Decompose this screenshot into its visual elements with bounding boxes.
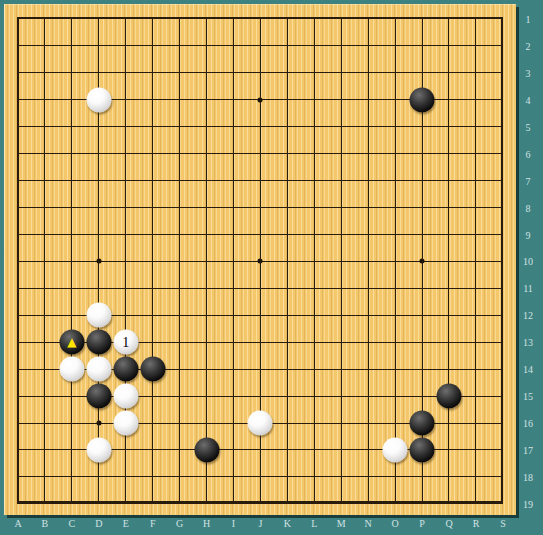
intersection-G14[interactable] <box>166 356 193 383</box>
intersection-I14[interactable] <box>220 356 247 383</box>
intersection-A10[interactable] <box>5 248 32 275</box>
intersection-S12[interactable] <box>489 302 516 329</box>
black-stone[interactable] <box>410 87 435 112</box>
intersection-E14[interactable] <box>112 356 139 383</box>
intersection-S15[interactable] <box>489 383 516 410</box>
intersection-C6[interactable] <box>58 140 85 167</box>
intersection-P6[interactable] <box>409 140 436 167</box>
intersection-A12[interactable] <box>5 302 32 329</box>
intersection-N18[interactable] <box>355 463 382 490</box>
intersection-C5[interactable] <box>58 113 85 140</box>
intersection-C19[interactable] <box>58 490 85 517</box>
intersection-K13[interactable] <box>274 329 301 356</box>
intersection-C14[interactable] <box>58 356 85 383</box>
intersection-N2[interactable] <box>355 32 382 59</box>
intersection-K11[interactable] <box>274 275 301 302</box>
intersection-L19[interactable] <box>301 490 328 517</box>
intersection-H1[interactable] <box>193 6 220 33</box>
intersection-L1[interactable] <box>301 6 328 33</box>
intersection-D12[interactable] <box>85 302 112 329</box>
intersection-J9[interactable] <box>247 221 274 248</box>
white-stone[interactable] <box>113 384 138 409</box>
intersection-I15[interactable] <box>220 383 247 410</box>
intersection-D1[interactable] <box>85 6 112 33</box>
intersection-N5[interactable] <box>355 113 382 140</box>
intersection-A13[interactable] <box>5 329 32 356</box>
intersection-F15[interactable] <box>139 383 166 410</box>
intersection-B15[interactable] <box>31 383 58 410</box>
intersection-F7[interactable] <box>139 167 166 194</box>
intersection-M7[interactable] <box>328 167 355 194</box>
intersection-E8[interactable] <box>112 194 139 221</box>
intersection-B4[interactable] <box>31 86 58 113</box>
intersection-H16[interactable] <box>193 410 220 437</box>
intersection-M19[interactable] <box>328 490 355 517</box>
intersection-O9[interactable] <box>382 221 409 248</box>
intersection-P5[interactable] <box>409 113 436 140</box>
intersection-R4[interactable] <box>462 86 489 113</box>
intersection-R10[interactable] <box>462 248 489 275</box>
intersection-H12[interactable] <box>193 302 220 329</box>
intersection-F14[interactable] <box>139 356 166 383</box>
intersection-F17[interactable] <box>139 437 166 464</box>
intersection-F19[interactable] <box>139 490 166 517</box>
intersection-D17[interactable] <box>85 437 112 464</box>
intersection-P15[interactable] <box>409 383 436 410</box>
intersection-L9[interactable] <box>301 221 328 248</box>
intersection-C4[interactable] <box>58 86 85 113</box>
intersection-F2[interactable] <box>139 32 166 59</box>
intersection-D7[interactable] <box>85 167 112 194</box>
intersection-I5[interactable] <box>220 113 247 140</box>
intersection-G4[interactable] <box>166 86 193 113</box>
intersection-G7[interactable] <box>166 167 193 194</box>
intersection-P7[interactable] <box>409 167 436 194</box>
intersection-G12[interactable] <box>166 302 193 329</box>
intersection-R19[interactable] <box>462 490 489 517</box>
intersection-I3[interactable] <box>220 59 247 86</box>
intersection-O10[interactable] <box>382 248 409 275</box>
intersection-K6[interactable] <box>274 140 301 167</box>
intersection-K5[interactable] <box>274 113 301 140</box>
intersection-A5[interactable] <box>5 113 32 140</box>
intersection-C16[interactable] <box>58 410 85 437</box>
intersection-J6[interactable] <box>247 140 274 167</box>
intersection-S7[interactable] <box>489 167 516 194</box>
intersection-A17[interactable] <box>5 437 32 464</box>
intersection-R1[interactable] <box>462 6 489 33</box>
intersection-C2[interactable] <box>58 32 85 59</box>
intersection-H13[interactable] <box>193 329 220 356</box>
intersection-Q11[interactable] <box>436 275 463 302</box>
intersection-N8[interactable] <box>355 194 382 221</box>
intersection-F13[interactable] <box>139 329 166 356</box>
intersection-M6[interactable] <box>328 140 355 167</box>
intersection-Q7[interactable] <box>436 167 463 194</box>
intersection-G6[interactable] <box>166 140 193 167</box>
intersection-J15[interactable] <box>247 383 274 410</box>
intersection-N12[interactable] <box>355 302 382 329</box>
intersection-M12[interactable] <box>328 302 355 329</box>
intersection-H17[interactable] <box>193 437 220 464</box>
intersection-N13[interactable] <box>355 329 382 356</box>
intersection-I9[interactable] <box>220 221 247 248</box>
intersection-G19[interactable] <box>166 490 193 517</box>
intersection-N1[interactable] <box>355 6 382 33</box>
intersection-M1[interactable] <box>328 6 355 33</box>
intersection-K3[interactable] <box>274 59 301 86</box>
intersection-O1[interactable] <box>382 6 409 33</box>
intersection-J3[interactable] <box>247 59 274 86</box>
intersection-F18[interactable] <box>139 463 166 490</box>
intersection-A8[interactable] <box>5 194 32 221</box>
intersection-O12[interactable] <box>382 302 409 329</box>
intersection-M11[interactable] <box>328 275 355 302</box>
intersection-L10[interactable] <box>301 248 328 275</box>
intersection-G17[interactable] <box>166 437 193 464</box>
intersection-D6[interactable] <box>85 140 112 167</box>
intersection-N17[interactable] <box>355 437 382 464</box>
intersection-G2[interactable] <box>166 32 193 59</box>
intersection-S13[interactable] <box>489 329 516 356</box>
intersection-P9[interactable] <box>409 221 436 248</box>
intersection-D18[interactable] <box>85 463 112 490</box>
intersection-S9[interactable] <box>489 221 516 248</box>
intersection-G9[interactable] <box>166 221 193 248</box>
intersection-G13[interactable] <box>166 329 193 356</box>
intersection-P17[interactable] <box>409 437 436 464</box>
intersection-K19[interactable] <box>274 490 301 517</box>
intersection-Q14[interactable] <box>436 356 463 383</box>
intersection-K1[interactable] <box>274 6 301 33</box>
intersection-J1[interactable] <box>247 6 274 33</box>
intersection-I19[interactable] <box>220 490 247 517</box>
intersection-I7[interactable] <box>220 167 247 194</box>
intersection-P11[interactable] <box>409 275 436 302</box>
intersection-J4[interactable] <box>247 86 274 113</box>
intersection-D10[interactable] <box>85 248 112 275</box>
intersection-F1[interactable] <box>139 6 166 33</box>
intersection-C10[interactable] <box>58 248 85 275</box>
intersection-S19[interactable] <box>489 490 516 517</box>
intersection-B3[interactable] <box>31 59 58 86</box>
intersection-F6[interactable] <box>139 140 166 167</box>
intersection-E10[interactable] <box>112 248 139 275</box>
white-stone[interactable]: 1 <box>113 330 138 355</box>
intersection-R11[interactable] <box>462 275 489 302</box>
intersection-D4[interactable] <box>85 86 112 113</box>
intersection-A7[interactable] <box>5 167 32 194</box>
intersection-A9[interactable] <box>5 221 32 248</box>
intersection-K12[interactable] <box>274 302 301 329</box>
intersection-A19[interactable] <box>5 490 32 517</box>
intersection-K18[interactable] <box>274 463 301 490</box>
intersection-J10[interactable] <box>247 248 274 275</box>
intersection-Q16[interactable] <box>436 410 463 437</box>
intersection-R18[interactable] <box>462 463 489 490</box>
intersection-A11[interactable] <box>5 275 32 302</box>
intersection-A14[interactable] <box>5 356 32 383</box>
intersection-Q5[interactable] <box>436 113 463 140</box>
intersection-E13[interactable]: 1 <box>112 329 139 356</box>
intersection-M16[interactable] <box>328 410 355 437</box>
intersection-D8[interactable] <box>85 194 112 221</box>
intersection-B11[interactable] <box>31 275 58 302</box>
intersection-M18[interactable] <box>328 463 355 490</box>
intersection-R9[interactable] <box>462 221 489 248</box>
intersection-P10[interactable] <box>409 248 436 275</box>
intersection-K4[interactable] <box>274 86 301 113</box>
intersection-K8[interactable] <box>274 194 301 221</box>
intersection-G5[interactable] <box>166 113 193 140</box>
intersection-G3[interactable] <box>166 59 193 86</box>
intersection-M8[interactable] <box>328 194 355 221</box>
intersection-E9[interactable] <box>112 221 139 248</box>
intersection-P1[interactable] <box>409 6 436 33</box>
intersection-H8[interactable] <box>193 194 220 221</box>
intersection-H6[interactable] <box>193 140 220 167</box>
intersection-H15[interactable] <box>193 383 220 410</box>
intersection-Q3[interactable] <box>436 59 463 86</box>
intersection-B6[interactable] <box>31 140 58 167</box>
intersection-I18[interactable] <box>220 463 247 490</box>
intersection-Q2[interactable] <box>436 32 463 59</box>
intersection-C3[interactable] <box>58 59 85 86</box>
intersection-J13[interactable] <box>247 329 274 356</box>
intersection-C18[interactable] <box>58 463 85 490</box>
intersection-O8[interactable] <box>382 194 409 221</box>
intersection-O19[interactable] <box>382 490 409 517</box>
intersection-B9[interactable] <box>31 221 58 248</box>
intersection-H14[interactable] <box>193 356 220 383</box>
intersection-G1[interactable] <box>166 6 193 33</box>
intersection-D2[interactable] <box>85 32 112 59</box>
intersection-L14[interactable] <box>301 356 328 383</box>
intersection-J17[interactable] <box>247 437 274 464</box>
intersection-O6[interactable] <box>382 140 409 167</box>
white-stone[interactable] <box>383 437 408 462</box>
intersection-L8[interactable] <box>301 194 328 221</box>
intersection-I4[interactable] <box>220 86 247 113</box>
intersection-K7[interactable] <box>274 167 301 194</box>
intersection-N7[interactable] <box>355 167 382 194</box>
intersection-K14[interactable] <box>274 356 301 383</box>
intersection-G8[interactable] <box>166 194 193 221</box>
intersection-K17[interactable] <box>274 437 301 464</box>
intersection-H9[interactable] <box>193 221 220 248</box>
intersection-J12[interactable] <box>247 302 274 329</box>
intersection-N14[interactable] <box>355 356 382 383</box>
intersection-B19[interactable] <box>31 490 58 517</box>
intersection-O13[interactable] <box>382 329 409 356</box>
intersection-L7[interactable] <box>301 167 328 194</box>
intersection-A15[interactable] <box>5 383 32 410</box>
intersection-K9[interactable] <box>274 221 301 248</box>
intersection-K16[interactable] <box>274 410 301 437</box>
intersection-K15[interactable] <box>274 383 301 410</box>
intersection-D15[interactable] <box>85 383 112 410</box>
white-stone[interactable] <box>86 437 111 462</box>
intersection-H4[interactable] <box>193 86 220 113</box>
intersection-G16[interactable] <box>166 410 193 437</box>
intersection-L15[interactable] <box>301 383 328 410</box>
intersection-E16[interactable] <box>112 410 139 437</box>
intersection-R6[interactable] <box>462 140 489 167</box>
intersection-P2[interactable] <box>409 32 436 59</box>
intersection-L18[interactable] <box>301 463 328 490</box>
intersection-O14[interactable] <box>382 356 409 383</box>
intersection-F8[interactable] <box>139 194 166 221</box>
intersection-Q6[interactable] <box>436 140 463 167</box>
white-stone[interactable] <box>86 303 111 328</box>
intersection-B16[interactable] <box>31 410 58 437</box>
intersection-J16[interactable] <box>247 410 274 437</box>
intersection-L5[interactable] <box>301 113 328 140</box>
intersection-D11[interactable] <box>85 275 112 302</box>
intersection-R15[interactable] <box>462 383 489 410</box>
intersection-O7[interactable] <box>382 167 409 194</box>
intersection-R17[interactable] <box>462 437 489 464</box>
intersection-O18[interactable] <box>382 463 409 490</box>
intersection-N10[interactable] <box>355 248 382 275</box>
intersection-M5[interactable] <box>328 113 355 140</box>
black-stone[interactable]: ▲ <box>59 330 84 355</box>
intersection-B12[interactable] <box>31 302 58 329</box>
intersection-Q1[interactable] <box>436 6 463 33</box>
intersection-M3[interactable] <box>328 59 355 86</box>
intersection-A4[interactable] <box>5 86 32 113</box>
black-stone[interactable] <box>86 330 111 355</box>
intersection-H18[interactable] <box>193 463 220 490</box>
black-stone[interactable] <box>140 357 165 382</box>
intersection-O15[interactable] <box>382 383 409 410</box>
intersection-N9[interactable] <box>355 221 382 248</box>
intersection-F9[interactable] <box>139 221 166 248</box>
intersection-P8[interactable] <box>409 194 436 221</box>
intersection-C7[interactable] <box>58 167 85 194</box>
intersection-O11[interactable] <box>382 275 409 302</box>
intersection-H5[interactable] <box>193 113 220 140</box>
intersection-A16[interactable] <box>5 410 32 437</box>
white-stone[interactable] <box>113 411 138 436</box>
intersection-C13[interactable]: ▲ <box>58 329 85 356</box>
intersection-G11[interactable] <box>166 275 193 302</box>
intersection-G10[interactable] <box>166 248 193 275</box>
intersection-C1[interactable] <box>58 6 85 33</box>
intersection-L17[interactable] <box>301 437 328 464</box>
black-stone[interactable] <box>194 437 219 462</box>
intersection-M9[interactable] <box>328 221 355 248</box>
intersection-S18[interactable] <box>489 463 516 490</box>
intersection-S14[interactable] <box>489 356 516 383</box>
intersection-H7[interactable] <box>193 167 220 194</box>
intersection-D9[interactable] <box>85 221 112 248</box>
intersection-D16[interactable] <box>85 410 112 437</box>
intersection-N19[interactable] <box>355 490 382 517</box>
intersection-C12[interactable] <box>58 302 85 329</box>
intersection-I10[interactable] <box>220 248 247 275</box>
intersection-M10[interactable] <box>328 248 355 275</box>
intersection-S10[interactable] <box>489 248 516 275</box>
intersection-M4[interactable] <box>328 86 355 113</box>
intersection-P3[interactable] <box>409 59 436 86</box>
intersection-A6[interactable] <box>5 140 32 167</box>
intersection-P4[interactable] <box>409 86 436 113</box>
intersection-O2[interactable] <box>382 32 409 59</box>
intersection-Q13[interactable] <box>436 329 463 356</box>
intersection-F3[interactable] <box>139 59 166 86</box>
intersection-P16[interactable] <box>409 410 436 437</box>
intersection-R13[interactable] <box>462 329 489 356</box>
intersection-L2[interactable] <box>301 32 328 59</box>
intersection-G18[interactable] <box>166 463 193 490</box>
intersection-R2[interactable] <box>462 32 489 59</box>
intersection-S16[interactable] <box>489 410 516 437</box>
intersection-N6[interactable] <box>355 140 382 167</box>
intersection-E11[interactable] <box>112 275 139 302</box>
intersection-O4[interactable] <box>382 86 409 113</box>
intersection-D13[interactable] <box>85 329 112 356</box>
intersection-E1[interactable] <box>112 6 139 33</box>
intersection-O16[interactable] <box>382 410 409 437</box>
white-stone[interactable] <box>86 357 111 382</box>
black-stone[interactable] <box>410 437 435 462</box>
intersection-N11[interactable] <box>355 275 382 302</box>
intersection-A2[interactable] <box>5 32 32 59</box>
intersection-N4[interactable] <box>355 86 382 113</box>
intersection-F4[interactable] <box>139 86 166 113</box>
intersection-J7[interactable] <box>247 167 274 194</box>
intersection-S6[interactable] <box>489 140 516 167</box>
intersection-D14[interactable] <box>85 356 112 383</box>
intersection-S1[interactable] <box>489 6 516 33</box>
intersection-B18[interactable] <box>31 463 58 490</box>
intersection-I1[interactable] <box>220 6 247 33</box>
intersection-G15[interactable] <box>166 383 193 410</box>
intersection-F10[interactable] <box>139 248 166 275</box>
intersection-Q10[interactable] <box>436 248 463 275</box>
intersection-E4[interactable] <box>112 86 139 113</box>
black-stone[interactable] <box>113 357 138 382</box>
intersection-I11[interactable] <box>220 275 247 302</box>
black-stone[interactable] <box>86 384 111 409</box>
intersection-B13[interactable] <box>31 329 58 356</box>
intersection-A1[interactable] <box>5 6 32 33</box>
intersection-E12[interactable] <box>112 302 139 329</box>
intersection-L13[interactable] <box>301 329 328 356</box>
intersection-A18[interactable] <box>5 463 32 490</box>
intersection-F16[interactable] <box>139 410 166 437</box>
intersection-P14[interactable] <box>409 356 436 383</box>
intersection-L12[interactable] <box>301 302 328 329</box>
intersection-R7[interactable] <box>462 167 489 194</box>
intersection-L4[interactable] <box>301 86 328 113</box>
intersection-B10[interactable] <box>31 248 58 275</box>
intersection-J8[interactable] <box>247 194 274 221</box>
intersection-F12[interactable] <box>139 302 166 329</box>
intersection-Q15[interactable] <box>436 383 463 410</box>
intersection-R14[interactable] <box>462 356 489 383</box>
intersection-Q4[interactable] <box>436 86 463 113</box>
intersection-L6[interactable] <box>301 140 328 167</box>
intersection-M2[interactable] <box>328 32 355 59</box>
intersection-R3[interactable] <box>462 59 489 86</box>
intersection-C8[interactable] <box>58 194 85 221</box>
intersection-J11[interactable] <box>247 275 274 302</box>
intersection-F5[interactable] <box>139 113 166 140</box>
intersection-E18[interactable] <box>112 463 139 490</box>
intersection-J5[interactable] <box>247 113 274 140</box>
